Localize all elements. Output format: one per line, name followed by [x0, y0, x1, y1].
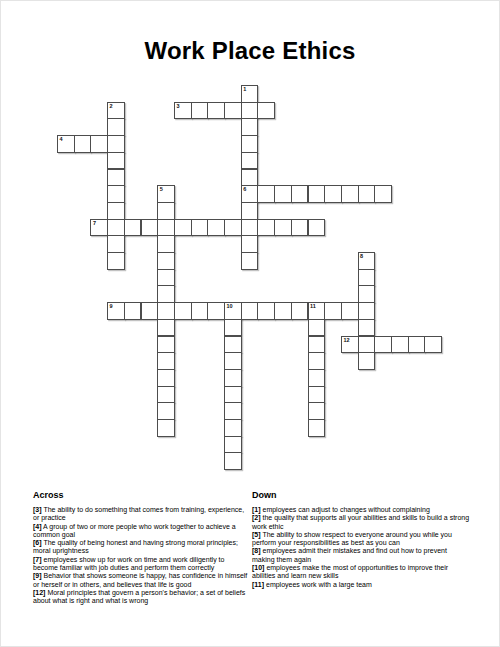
grid-cell[interactable]: 4 [57, 135, 75, 153]
grid-cell[interactable] [358, 302, 376, 320]
down-heading: Down [252, 490, 470, 500]
across-clue-list: [3] The ability to do something that com… [33, 506, 249, 606]
grid-cell[interactable] [257, 185, 275, 203]
grid-cell[interactable] [424, 336, 442, 354]
grid-cell[interactable] [174, 219, 192, 237]
grid-cell[interactable] [324, 302, 342, 320]
grid-cell[interactable]: 11 [308, 302, 326, 320]
grid-cell[interactable] [107, 252, 125, 270]
grid-cell[interactable] [274, 185, 292, 203]
grid-cell[interactable] [157, 319, 175, 337]
grid-cell[interactable] [308, 419, 326, 437]
grid-cell[interactable] [107, 219, 125, 237]
grid-cell[interactable] [224, 436, 242, 454]
grid-cell[interactable] [241, 202, 259, 220]
clue: [7] employees show up for work on time a… [33, 556, 249, 573]
grid-cell[interactable] [308, 386, 326, 404]
grid-cell[interactable] [107, 118, 125, 136]
clue-number: [12] [33, 589, 45, 596]
grid-cell[interactable] [408, 336, 426, 354]
down-clue-list: [1] employees can adjust to changes with… [252, 506, 470, 589]
grid-cell[interactable] [90, 135, 108, 153]
cell-number: 9 [110, 303, 113, 310]
clue: [9] Behavior that shows someone is happy… [33, 572, 249, 589]
grid-cell[interactable] [241, 118, 259, 136]
grid-cell[interactable] [191, 102, 209, 120]
grid-cell[interactable] [157, 419, 175, 437]
grid-cell[interactable] [157, 402, 175, 420]
grid-cell[interactable] [207, 219, 225, 237]
grid-cell[interactable] [341, 302, 359, 320]
across-clues-section: Across [3] The ability to do something t… [33, 490, 249, 606]
grid-cell[interactable] [124, 219, 142, 237]
grid-cell[interactable] [308, 336, 326, 354]
grid-cell[interactable] [291, 219, 309, 237]
grid-cell[interactable] [241, 152, 259, 170]
clue: [3] The ability to do something that com… [33, 506, 249, 523]
grid-cell[interactable] [107, 169, 125, 187]
clue: [10] employees make the most of opportun… [252, 564, 470, 581]
grid-cell[interactable] [157, 336, 175, 354]
grid-cell[interactable] [257, 302, 275, 320]
grid-cell[interactable]: 7 [90, 219, 108, 237]
grid-cell[interactable] [308, 402, 326, 420]
grid-cell[interactable] [157, 202, 175, 220]
grid-cell[interactable] [157, 386, 175, 404]
grid-cell[interactable] [157, 235, 175, 253]
grid-cell[interactable] [358, 336, 376, 354]
grid-cell[interactable] [274, 302, 292, 320]
grid-cell[interactable]: 6 [241, 185, 259, 203]
grid-cell[interactable] [157, 369, 175, 387]
grid-cell[interactable] [224, 402, 242, 420]
grid-cell[interactable] [274, 219, 292, 237]
clue-number: [1] [252, 506, 261, 513]
grid-cell[interactable] [74, 135, 92, 153]
grid-cell[interactable] [241, 135, 259, 153]
grid-cell[interactable]: 12 [341, 336, 359, 354]
grid-cell[interactable] [374, 336, 392, 354]
grid-cell[interactable] [308, 319, 326, 337]
grid-cell[interactable]: 10 [224, 302, 242, 320]
grid-cell[interactable]: 9 [107, 302, 125, 320]
clue-number: [10] [252, 564, 264, 571]
grid-cell[interactable] [358, 319, 376, 337]
grid-cell[interactable] [224, 102, 242, 120]
grid-cell[interactable] [191, 219, 209, 237]
grid-cell[interactable] [308, 219, 326, 237]
grid-cell[interactable] [157, 302, 175, 320]
grid-cell[interactable] [241, 252, 259, 270]
grid-cell[interactable] [191, 302, 209, 320]
cell-number: 5 [160, 186, 163, 193]
grid-cell[interactable] [224, 452, 242, 470]
grid-cell[interactable]: 8 [358, 252, 376, 270]
across-heading: Across [33, 490, 249, 500]
grid-cell[interactable] [308, 352, 326, 370]
grid-cell[interactable] [341, 185, 359, 203]
grid-cell[interactable] [174, 302, 192, 320]
grid-cell[interactable] [224, 352, 242, 370]
grid-cell[interactable] [141, 302, 159, 320]
cell-number: 7 [93, 220, 96, 227]
grid-cell[interactable]: 5 [157, 185, 175, 203]
grid-cell[interactable] [308, 369, 326, 387]
clue-number: [9] [33, 572, 42, 579]
grid-cell[interactable] [157, 219, 175, 237]
grid-cell[interactable] [107, 135, 125, 153]
cell-number: 12 [343, 337, 349, 344]
clue-number: [4] [33, 523, 42, 530]
grid-cell[interactable] [224, 386, 242, 404]
grid-cell[interactable] [391, 336, 409, 354]
grid-cell[interactable] [157, 252, 175, 270]
grid-cell[interactable] [241, 235, 259, 253]
crossword-page: Work Place Ethics 123456789101112 Across… [0, 0, 500, 647]
clue: [5] The ability to show respect to every… [252, 531, 470, 548]
grid-cell[interactable] [207, 302, 225, 320]
cell-number: 3 [176, 103, 179, 110]
grid-cell[interactable] [224, 369, 242, 387]
grid-cell[interactable] [358, 185, 376, 203]
clue-number: [11] [252, 581, 264, 588]
grid-cell[interactable] [324, 185, 342, 203]
grid-cell[interactable] [241, 219, 259, 237]
grid-cell[interactable] [157, 285, 175, 303]
grid-cell[interactable] [157, 352, 175, 370]
grid-cell[interactable] [141, 219, 159, 237]
cell-number: 10 [227, 303, 233, 310]
cell-number: 4 [60, 136, 63, 143]
grid-cell[interactable] [308, 185, 326, 203]
cell-number: 1 [243, 86, 246, 93]
cell-number: 2 [110, 103, 113, 110]
grid-cell[interactable] [224, 336, 242, 354]
clue-number: [8] [252, 547, 261, 554]
grid-cell[interactable] [241, 102, 259, 120]
grid-cell[interactable] [241, 169, 259, 187]
grid-cell[interactable] [291, 302, 309, 320]
grid-cell[interactable] [157, 269, 175, 287]
grid-cell[interactable] [257, 219, 275, 237]
grid-cell[interactable] [358, 285, 376, 303]
grid-cell[interactable]: 2 [107, 102, 125, 120]
clue-number: [6] [33, 539, 42, 546]
grid-cell[interactable] [107, 152, 125, 170]
grid-cell[interactable] [241, 302, 259, 320]
puzzle-title: Work Place Ethics [0, 37, 500, 65]
clue: [1] employees can adjust to changes with… [252, 506, 470, 514]
grid-cell[interactable] [224, 419, 242, 437]
grid-cell[interactable] [291, 185, 309, 203]
grid-cell[interactable]: 3 [174, 102, 192, 120]
clue-number: [2] [252, 514, 261, 521]
grid-cell[interactable] [257, 102, 275, 120]
clue: [11] employees work with a large team [252, 581, 470, 589]
grid-cell[interactable] [207, 102, 225, 120]
clue: [2] the quality that supports all your a… [252, 514, 470, 531]
grid-cell[interactable] [124, 302, 142, 320]
crossword-grid: 123456789101112 [57, 85, 443, 471]
cell-number: 6 [243, 186, 246, 193]
clue: [12] Moral principles that govern a pers… [33, 589, 249, 606]
grid-cell[interactable] [358, 352, 376, 370]
grid-cell[interactable] [107, 235, 125, 253]
grid-cell[interactable] [107, 185, 125, 203]
down-clues-section: Down [1] employees can adjust to changes… [252, 490, 470, 589]
clue: [6] The quality of being honest and havi… [33, 539, 249, 556]
grid-cell[interactable] [224, 219, 242, 237]
clue-number: [7] [33, 556, 42, 563]
clue-number: [3] [33, 506, 42, 513]
grid-cell[interactable] [224, 319, 242, 337]
grid-cell[interactable] [107, 202, 125, 220]
cell-number: 11 [310, 303, 316, 310]
grid-cell[interactable] [374, 185, 392, 203]
clue-number: [5] [252, 531, 261, 538]
grid-cell[interactable]: 1 [241, 85, 259, 103]
clue: [8] employees admit their mistakes and f… [252, 547, 470, 564]
grid-cell[interactable] [358, 269, 376, 287]
clue: [4] A group of two or more people who wo… [33, 523, 249, 540]
cell-number: 8 [360, 253, 363, 260]
